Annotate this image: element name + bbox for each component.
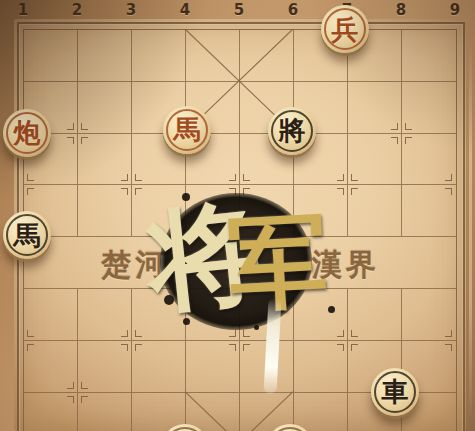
board-cell[interactable] [132,30,186,82]
column-label-3: 3 [120,1,142,19]
river-char: 界 [344,245,378,286]
red-soldier[interactable]: 兵 [321,5,369,53]
board-cell[interactable] [402,237,456,289]
board-cell[interactable] [402,185,456,237]
black-general[interactable]: 將 [268,107,316,155]
board-cell[interactable] [78,393,132,431]
board-cell[interactable] [78,82,132,134]
board-cell[interactable] [186,30,240,82]
column-label-9: 9 [444,1,466,19]
black-horse[interactable]: 馬 [3,211,51,259]
board-cell[interactable] [78,30,132,82]
board-cell[interactable] [348,134,402,186]
board-cell[interactable] [240,30,294,82]
piece-character: 馬 [174,116,201,143]
column-label-6: 6 [282,1,304,19]
board-cell[interactable] [348,289,402,341]
column-label-5: 5 [228,1,250,19]
board-cell[interactable] [294,393,348,431]
board-cell[interactable] [24,289,78,341]
board-cell[interactable] [348,185,402,237]
column-label-8: 8 [390,1,412,19]
board-cell[interactable] [78,341,132,393]
board-cell[interactable] [186,341,240,393]
board-cell[interactable] [402,289,456,341]
piece-character: 兵 [332,16,359,43]
board-cell[interactable] [402,82,456,134]
board-cell[interactable] [132,341,186,393]
red-horse[interactable]: 馬 [163,106,211,154]
piece-character: 將 [279,117,306,144]
red-cannon[interactable]: 炮 [3,109,51,157]
board-cell[interactable] [78,289,132,341]
column-label-1: 1 [12,1,34,19]
board-cell[interactable] [24,30,78,82]
river-char: 楚 [99,245,133,286]
board-cell[interactable] [78,134,132,186]
column-label-2: 2 [66,1,88,19]
board-cell[interactable] [402,134,456,186]
wood-sheen-highlight [469,40,472,420]
board-cell[interactable] [78,185,132,237]
ink-dot [254,325,259,330]
board-cell[interactable] [348,82,402,134]
piece-character: 炮 [14,119,41,146]
board-cell[interactable] [24,393,78,431]
board-cell[interactable] [24,341,78,393]
black-chariot[interactable]: 車 [371,368,419,416]
board-cell[interactable] [294,341,348,393]
column-label-4: 4 [174,1,196,19]
piece-character: 馬 [14,222,41,249]
board-cell[interactable] [402,30,456,82]
xiangqi-game-screen: { "game": "Xiangqi (Chinese Chess)", "po… [0,0,475,431]
piece-character: 車 [382,378,409,405]
